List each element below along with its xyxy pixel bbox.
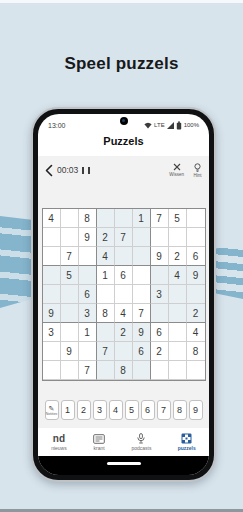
sudoku-cell-r2c8[interactable] <box>169 228 187 247</box>
bottom-nav: nd nieuws krant podcasts puzzels <box>38 428 209 456</box>
network-type-label: LTE <box>154 122 165 128</box>
numpad-key-6[interactable]: 6 <box>141 400 155 420</box>
sudoku-cell-r3c1[interactable] <box>43 247 61 266</box>
numpad-key-4[interactable]: 4 <box>109 400 123 420</box>
sudoku-cell-r9c6[interactable] <box>133 361 151 380</box>
sudoku-cell-r1c9[interactable] <box>187 209 205 228</box>
hint-button[interactable]: Hint <box>193 163 202 178</box>
sudoku-cell-r4c6[interactable] <box>133 266 151 285</box>
promo-page: Speel puzzels 13:00 LTE 100% Puzzels <box>0 0 243 512</box>
sudoku-cell-r7c3[interactable]: 1 <box>79 323 97 342</box>
numpad: ✎ Notities 123456789 <box>38 400 209 420</box>
sudoku-cell-r3c6[interactable] <box>133 247 151 266</box>
sudoku-cell-r3c3[interactable] <box>79 247 97 266</box>
home-indicator[interactable] <box>107 462 141 465</box>
sudoku-cell-r6c1[interactable]: 9 <box>43 304 61 323</box>
sudoku-cell-r4c8[interactable]: 4 <box>169 266 187 285</box>
numpad-keys: 123456789 <box>61 400 203 420</box>
sudoku-cell-r5c7[interactable]: 3 <box>151 285 169 304</box>
status-time: 13:00 <box>48 122 66 129</box>
sudoku-cell-r7c9[interactable]: 4 <box>187 323 205 342</box>
sudoku-cell-r4c9[interactable]: 9 <box>187 266 205 285</box>
sudoku-cell-r1c1[interactable]: 4 <box>43 209 61 228</box>
sudoku-cell-r6c5[interactable]: 4 <box>115 304 133 323</box>
nav-item-podcasts[interactable]: podcasts <box>131 433 151 451</box>
sudoku-cell-r6c6[interactable]: 7 <box>133 304 151 323</box>
sudoku-cell-r8c5[interactable] <box>115 342 133 361</box>
nav-label-puzzels: puzzels <box>178 445 196 451</box>
camera-punch-hole <box>120 117 128 125</box>
sudoku-cell-r7c2[interactable] <box>61 323 79 342</box>
pause-icon[interactable] <box>82 167 90 174</box>
gesture-bar <box>38 456 209 475</box>
numpad-key-3[interactable]: 3 <box>93 400 107 420</box>
hint-lightbulb-icon <box>193 163 202 172</box>
page-title: Speel puzzels <box>0 54 243 74</box>
phone-screen: 13:00 LTE 100% Puzzels 00:03 <box>38 114 209 475</box>
puzzle-panel: 00:03 Wissen Hint <box>38 156 209 428</box>
sudoku-cell-r4c7[interactable] <box>151 266 169 285</box>
sudoku-cell-r1c5[interactable] <box>115 209 133 228</box>
sudoku-cell-r8c4[interactable]: 7 <box>97 342 115 361</box>
sudoku-cell-r2c9[interactable] <box>187 228 205 247</box>
sudoku-cell-r9c1[interactable] <box>43 361 61 380</box>
app-header-title: Puzzels <box>38 135 209 147</box>
sudoku-cell-r9c5[interactable]: 8 <box>115 361 133 380</box>
sudoku-cell-r7c7[interactable]: 6 <box>151 323 169 342</box>
numpad-key-5[interactable]: 5 <box>125 400 139 420</box>
numpad-key-8[interactable]: 8 <box>173 400 187 420</box>
sudoku-cell-r2c1[interactable] <box>43 228 61 247</box>
hint-label: Hint <box>193 173 201 178</box>
sudoku-cell-r3c7[interactable]: 9 <box>151 247 169 266</box>
nav-item-krant[interactable]: krant <box>93 434 105 451</box>
sudoku-cell-r8c8[interactable] <box>169 342 187 361</box>
sudoku-cell-r5c9[interactable] <box>187 285 205 304</box>
sudoku-cell-r6c3[interactable]: 3 <box>79 304 97 323</box>
sudoku-cell-r9c3[interactable]: 7 <box>79 361 97 380</box>
clear-label: Wissen <box>169 172 184 177</box>
battery-percent-label: 100% <box>184 122 199 128</box>
sudoku-cell-r7c4[interactable] <box>97 323 115 342</box>
sudoku-cell-r6c2[interactable] <box>61 304 79 323</box>
notes-label: Notities <box>46 412 58 416</box>
back-chevron-icon[interactable] <box>45 164 53 177</box>
sudoku-cell-r7c6[interactable]: 9 <box>133 323 151 342</box>
sudoku-cell-r1c3[interactable]: 8 <box>79 209 97 228</box>
puzzle-toolbar: 00:03 Wissen Hint <box>38 156 209 184</box>
notes-toggle-button[interactable]: ✎ Notities <box>45 400 59 420</box>
sudoku-cell-r7c5[interactable]: 2 <box>115 323 133 342</box>
toolbar-left: 00:03 <box>45 164 90 177</box>
numpad-key-1[interactable]: 1 <box>61 400 75 420</box>
nav-item-puzzels[interactable]: puzzels <box>178 433 196 451</box>
nav-label-krant: krant <box>94 445 105 451</box>
sudoku-cell-r9c4[interactable] <box>97 361 115 380</box>
battery-icon <box>176 121 182 130</box>
toolbar-right: Wissen Hint <box>169 163 202 178</box>
clear-button[interactable]: Wissen <box>169 163 184 177</box>
sudoku-cell-r1c7[interactable]: 7 <box>151 209 169 228</box>
sudoku-cell-r5c4[interactable] <box>97 285 115 304</box>
sudoku-cell-r3c8[interactable]: 2 <box>169 247 187 266</box>
clear-x-icon <box>173 163 181 171</box>
sudoku-cell-r3c5[interactable] <box>115 247 133 266</box>
sudoku-cell-r6c4[interactable]: 8 <box>97 304 115 323</box>
sudoku-grid: 481759277492651649639384723129649762878 <box>42 208 206 381</box>
sudoku-cell-r7c8[interactable] <box>169 323 187 342</box>
sudoku-cell-r5c8[interactable] <box>169 285 187 304</box>
sudoku-cell-r5c6[interactable] <box>133 285 151 304</box>
sudoku-cell-r5c1[interactable] <box>43 285 61 304</box>
newspaper-icon <box>93 434 105 444</box>
sudoku-cell-r9c9[interactable] <box>187 361 205 380</box>
sudoku-cell-r9c8[interactable] <box>169 361 187 380</box>
sudoku-cell-r8c7[interactable]: 2 <box>151 342 169 361</box>
sudoku-cell-r8c9[interactable]: 8 <box>187 342 205 361</box>
sudoku-cell-r8c1[interactable] <box>43 342 61 361</box>
sudoku-cell-r8c6[interactable]: 6 <box>133 342 151 361</box>
sudoku-cell-r3c9[interactable]: 6 <box>187 247 205 266</box>
sudoku-cell-r4c3[interactable] <box>79 266 97 285</box>
wifi-icon <box>144 122 152 129</box>
sudoku-cell-r6c8[interactable] <box>169 304 187 323</box>
pencil-icon: ✎ <box>49 405 55 412</box>
sudoku-cell-r2c6[interactable] <box>133 228 151 247</box>
sudoku-cell-r3c4[interactable]: 4 <box>97 247 115 266</box>
sudoku-cell-r5c5[interactable] <box>115 285 133 304</box>
sudoku-cell-r4c1[interactable] <box>43 266 61 285</box>
sudoku-cell-r2c2[interactable] <box>61 228 79 247</box>
sudoku-cell-r9c7[interactable] <box>151 361 169 380</box>
nd-logo: nd <box>53 434 65 444</box>
sudoku-cell-r2c7[interactable] <box>151 228 169 247</box>
sudoku-grid-wrap: 481759277492651649639384723129649762878 <box>38 208 209 381</box>
sudoku-cell-r5c3[interactable]: 6 <box>79 285 97 304</box>
sudoku-cell-r8c2[interactable]: 9 <box>61 342 79 361</box>
puzzle-grid-icon <box>181 433 192 444</box>
sudoku-cell-r1c4[interactable] <box>97 209 115 228</box>
sudoku-cell-r2c4[interactable]: 2 <box>97 228 115 247</box>
nav-item-nieuws[interactable]: nd nieuws <box>51 434 67 451</box>
numpad-key-9[interactable]: 9 <box>189 400 203 420</box>
sudoku-cell-r1c8[interactable]: 5 <box>169 209 187 228</box>
nav-label-nieuws: nieuws <box>51 445 67 451</box>
timer-value: 00:03 <box>57 165 78 175</box>
numpad-key-7[interactable]: 7 <box>157 400 171 420</box>
sudoku-cell-r5c2[interactable] <box>61 285 79 304</box>
microphone-icon <box>136 433 146 444</box>
sudoku-cell-r4c4[interactable]: 1 <box>97 266 115 285</box>
sudoku-cell-r2c5[interactable]: 7 <box>115 228 133 247</box>
sudoku-cell-r4c2[interactable]: 5 <box>61 266 79 285</box>
sudoku-cell-r2c3[interactable]: 9 <box>79 228 97 247</box>
nav-label-podcasts: podcasts <box>131 445 151 451</box>
signal-icon <box>167 122 174 129</box>
sudoku-cell-r1c2[interactable] <box>61 209 79 228</box>
top-edge-strip <box>0 0 243 3</box>
status-icons: LTE 100% <box>144 121 199 130</box>
numpad-key-2[interactable]: 2 <box>77 400 91 420</box>
sudoku-cell-r4c5[interactable]: 6 <box>115 266 133 285</box>
sudoku-cell-r6c9[interactable]: 2 <box>187 304 205 323</box>
sudoku-cell-r1c6[interactable]: 1 <box>133 209 151 228</box>
sudoku-cell-r7c1[interactable]: 3 <box>43 323 61 342</box>
sudoku-cell-r6c7[interactable] <box>151 304 169 323</box>
sudoku-cell-r8c3[interactable] <box>79 342 97 361</box>
phone-mockup: 13:00 LTE 100% Puzzels 00:03 <box>31 107 216 482</box>
sudoku-cell-r3c2[interactable]: 7 <box>61 247 79 266</box>
sudoku-cell-r9c2[interactable] <box>61 361 79 380</box>
